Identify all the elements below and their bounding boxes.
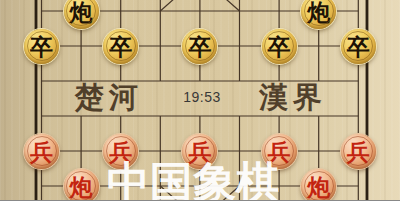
piece-character: 炮 <box>70 0 93 23</box>
piece-red-soldier[interactable]: 兵 <box>24 134 59 169</box>
piece-character: 卒 <box>30 35 53 58</box>
river-label-chu-he: 楚河 <box>75 83 143 112</box>
game-timer: 19:53 <box>183 89 221 105</box>
piece-black-soldier[interactable]: 卒 <box>103 29 138 64</box>
piece-character: 炮 <box>70 175 93 198</box>
piece-character: 兵 <box>30 140 53 163</box>
piece-character: 卒 <box>268 35 291 58</box>
piece-red-soldier[interactable]: 兵 <box>341 134 376 169</box>
game-screen: 楚河 19:53 漢界 炮炮卒卒卒卒卒兵兵兵兵兵炮炮 中国象棋 <box>0 0 400 200</box>
piece-black-cannon[interactable]: 炮 <box>64 0 99 29</box>
piece-black-soldier[interactable]: 卒 <box>24 29 59 64</box>
piece-character: 卒 <box>188 35 211 58</box>
piece-black-soldier[interactable]: 卒 <box>182 29 217 64</box>
river-label-han-jie: 漢界 <box>259 83 327 112</box>
watermark-text: 中国象棋 <box>107 161 279 200</box>
piece-character: 炮 <box>307 0 330 23</box>
piece-black-soldier[interactable]: 卒 <box>262 29 297 64</box>
piece-character: 炮 <box>307 175 330 198</box>
piece-red-cannon[interactable]: 炮 <box>301 169 336 201</box>
piece-red-cannon[interactable]: 炮 <box>64 169 99 201</box>
piece-character: 卒 <box>347 35 370 58</box>
piece-character: 卒 <box>109 35 132 58</box>
piece-character: 兵 <box>347 140 370 163</box>
piece-black-soldier[interactable]: 卒 <box>341 29 376 64</box>
